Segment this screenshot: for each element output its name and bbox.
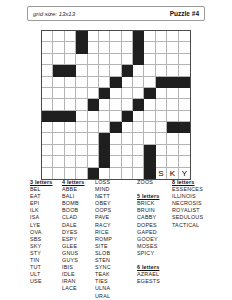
grid-cell[interactable] [99,65,110,76]
word-list-item: SPICY [137,250,160,257]
grid-cell-letter[interactable]: Y [179,168,190,179]
word-list-item: NECROSIS [172,200,203,207]
grid-cell-black [144,145,155,156]
grid-cell[interactable] [88,65,99,76]
word-column-5: 8 lettersESSENCESILLINOISNECROSISROYALIS… [172,179,203,229]
grid-cell[interactable] [179,42,190,53]
grid-cell[interactable] [122,122,133,133]
grid-cell-black [99,88,110,99]
word-list-item: URAL [95,293,112,300]
word-length-heading: 4 letters [62,179,84,186]
word-list-item: BRUIN [137,207,160,214]
grid-cell[interactable] [144,31,155,42]
word-list-item: AZRAEL [137,271,160,278]
grid-cell[interactable] [42,65,53,76]
grid-cell-black [122,111,133,122]
word-list-item: SEDULOUS [172,214,203,221]
grid-cell[interactable] [53,42,64,53]
grid-cell-black [65,65,76,76]
grid-cell-black [179,77,190,88]
grid-cell[interactable] [179,65,190,76]
word-list-item: BEL [30,186,52,193]
grid-cell[interactable] [42,156,53,167]
grid-cell[interactable] [65,168,76,179]
puzzle-grid: SKY [41,30,191,180]
list-gap [137,186,160,193]
grid-cell[interactable] [53,133,64,144]
word-list-item: ULT [30,271,52,278]
word-list-item: TACTICAL [172,222,203,229]
grid-cell[interactable] [167,111,178,122]
word-list-item: ILK [30,207,52,214]
grid-cell[interactable] [122,54,133,65]
grid-cell[interactable] [65,42,76,53]
grid-cell[interactable] [65,99,76,110]
grid-cell[interactable] [65,122,76,133]
grid-cell[interactable] [42,31,53,42]
grid-cell[interactable] [167,42,178,53]
word-list-item: LOSS [95,179,112,186]
grid-cell-black [53,111,64,122]
list-gap [137,257,160,264]
grid-cell[interactable] [110,145,121,156]
grid-cell[interactable] [53,99,64,110]
word-list-item: ZOOS [137,179,160,186]
word-list-item: SKY [30,243,52,250]
grid-cell[interactable] [156,156,167,167]
grid-cell[interactable] [76,99,87,110]
grid-size-label: grid size: 13x13 [33,11,75,17]
grid-cell[interactable] [133,168,144,179]
word-list-item: CLAD [62,214,84,221]
grid-cell[interactable] [110,99,121,110]
grid-cell-black [65,111,76,122]
word-list-item: RACY [95,222,112,229]
grid-cell[interactable] [53,145,64,156]
word-list-item: SYNC [95,264,112,271]
grid-cell-black [42,111,53,122]
grid-cell[interactable] [65,88,76,99]
word-list-item: BALI [62,193,84,200]
grid-cell[interactable] [88,77,99,88]
grid-cell[interactable] [42,54,53,65]
grid-cell[interactable] [76,145,87,156]
grid-cell[interactable] [167,65,178,76]
word-list-item: GOOEY [137,236,160,243]
grid-cell[interactable] [76,111,87,122]
puzzle-title: Puzzle #4 [170,10,199,17]
grid-cell-black [76,42,87,53]
word-list-item: BOOB [62,207,84,214]
grid-cell[interactable] [76,122,87,133]
grid-cell-black [88,99,99,110]
word-length-heading: 6 letters [137,264,160,271]
grid-cell[interactable] [110,168,121,179]
grid-cell[interactable] [53,77,64,88]
grid-cell-black [110,77,121,88]
word-list-item: SITE [95,243,112,250]
grid-cell[interactable] [88,42,99,53]
grid-cell[interactable] [133,122,144,133]
grid-cell[interactable] [144,65,155,76]
grid-cell[interactable] [42,133,53,144]
grid-cell[interactable] [133,145,144,156]
grid-cell[interactable] [99,99,110,110]
grid-cell[interactable] [179,88,190,99]
grid-cell[interactable] [133,111,144,122]
grid-cell[interactable] [156,42,167,53]
word-length-heading: 3 letters [30,179,52,186]
grid-cell[interactable] [42,88,53,99]
grid-cell[interactable] [110,133,121,144]
word-list-item: TIN [30,257,52,264]
grid-cell[interactable] [53,54,64,65]
grid-cell[interactable] [110,54,121,65]
grid-cell[interactable] [133,65,144,76]
grid-cell[interactable] [122,99,133,110]
grid-cell[interactable] [99,31,110,42]
word-length-heading: 8 letters [172,179,203,186]
word-list-item: TEAK [95,271,112,278]
word-list-item: IRAN [62,278,84,285]
grid-cell[interactable] [53,168,64,179]
grid-cell[interactable] [122,145,133,156]
grid-cell-black [133,42,144,53]
grid-cell[interactable] [122,168,133,179]
word-list-item: BRICK [137,200,160,207]
word-list-item: ESPY [62,236,84,243]
grid-cell-black [144,156,155,167]
grid-cell[interactable] [42,168,53,179]
grid-cell[interactable] [65,145,76,156]
word-list-item: ROYALIST [172,207,203,214]
grid-cell[interactable] [99,168,110,179]
grid-cell[interactable] [133,88,144,99]
grid-cell[interactable] [144,54,155,65]
grid-cell[interactable] [179,156,190,167]
word-list-item: SBS [30,236,52,243]
grid-cell[interactable] [65,54,76,65]
grid-cell-black [122,65,133,76]
grid-cell[interactable] [144,42,155,53]
grid-cell-letter[interactable]: K [167,168,178,179]
grid-cell[interactable] [179,145,190,156]
grid-cell-black [110,122,121,133]
grid-cell[interactable] [167,99,178,110]
grid-cell[interactable] [76,168,87,179]
grid-cell[interactable] [76,77,87,88]
word-list-item: IDLE [62,271,84,278]
grid-cell[interactable] [179,54,190,65]
grid-cell[interactable] [76,133,87,144]
grid-cell[interactable] [99,42,110,53]
grid-cell[interactable] [42,99,53,110]
grid-cell[interactable] [156,31,167,42]
grid-cell[interactable] [179,31,190,42]
grid-cell-black [167,122,178,133]
grid-cell[interactable] [76,65,87,76]
grid-cell-black [144,88,155,99]
word-list-item: OBEY [95,200,112,207]
grid-cell-black [167,77,178,88]
grid-cell[interactable] [53,88,64,99]
word-list-item: ILLINOIS [172,193,203,200]
word-length-heading: 5 letters [137,193,160,200]
grid-cell[interactable] [122,77,133,88]
grid-cell[interactable] [133,133,144,144]
word-list-item: OOPS [95,207,112,214]
grid-cell[interactable] [156,145,167,156]
grid-cell-black [88,168,99,179]
grid-cell[interactable] [156,133,167,144]
grid-cell[interactable] [42,42,53,53]
grid-cell-black [53,65,64,76]
word-list-item: ULNA [95,285,112,292]
grid-cell[interactable] [99,122,110,133]
word-list-item: PAVE [95,214,112,221]
grid-cell[interactable] [122,31,133,42]
grid-cell[interactable] [156,65,167,76]
grid-cell-black [179,122,190,133]
grid-cell-letter[interactable]: S [156,168,167,179]
grid-cell-black [99,133,110,144]
word-list-item: ESSENCES [172,186,203,193]
word-list-item: LYE [30,222,52,229]
grid-cell[interactable] [99,54,110,65]
grid-cell[interactable] [167,31,178,42]
word-list-item: GAPED [137,229,160,236]
grid-cell-black [133,54,144,65]
grid-cell[interactable] [110,42,121,53]
grid-cell[interactable] [99,77,110,88]
word-list-item: STY [30,250,52,257]
word-list-item: ROMP [95,236,112,243]
grid-cell[interactable] [76,156,87,167]
word-column-4: ZOOS5 lettersBRICKBRUINCABBYDOPESGAPEDGO… [137,179,160,285]
word-list-item: OVA [30,229,52,236]
grid-cell[interactable] [144,133,155,144]
word-list-item: RICE [95,229,112,236]
grid-cell[interactable] [88,156,99,167]
word-list-item: DALE [62,222,84,229]
grid-cell[interactable] [110,65,121,76]
word-column-3: LOSSMINDNETTOBEYOOPSPAVERACYRICEROMPSITE… [95,179,112,300]
word-list-item: USE [30,278,52,285]
grid-cell[interactable] [144,111,155,122]
word-list-item: EAT [30,193,52,200]
grid-cell[interactable] [42,145,53,156]
grid-cell[interactable] [53,156,64,167]
word-list-item: STEN [95,257,112,264]
grid-cell[interactable] [88,133,99,144]
grid-cell[interactable] [179,99,190,110]
grid-cell[interactable] [65,77,76,88]
grid-cell[interactable] [88,145,99,156]
grid-cell[interactable] [133,156,144,167]
grid-cell[interactable] [179,111,190,122]
word-list-item: DOPES [137,222,160,229]
grid-cell[interactable] [122,156,133,167]
grid-cell[interactable] [179,133,190,144]
grid-cell-black [133,31,144,42]
word-list-item: GUYS [62,257,84,264]
grid-cell[interactable] [156,88,167,99]
grid-cell[interactable] [99,111,110,122]
grid-cell[interactable] [122,42,133,53]
grid-cell[interactable] [167,88,178,99]
word-list-item: GLEE [62,243,84,250]
grid-cell[interactable] [76,54,87,65]
grid-cell[interactable] [144,99,155,110]
word-list-item: EPI [30,200,52,207]
grid-cell[interactable] [122,133,133,144]
grid-cell[interactable] [76,88,87,99]
grid-cell[interactable] [65,133,76,144]
grid-cell[interactable] [167,145,178,156]
grid-cell[interactable] [42,77,53,88]
grid-cell[interactable] [122,88,133,99]
grid-cell[interactable] [53,31,64,42]
word-list-item: BOMB [62,200,84,207]
word-list-item: DYES [62,229,84,236]
grid-cell[interactable] [156,54,167,65]
grid-cell[interactable] [65,31,76,42]
word-column-2: 4 lettersABBEBALIBOMBBOOBCLADDALEDYESESP… [62,179,84,293]
grid-cell[interactable] [156,111,167,122]
grid-cell[interactable] [65,156,76,167]
grid-cell[interactable] [88,122,99,133]
word-list-item: MIND [95,186,112,193]
word-list-item: SLOB [95,250,112,257]
grid-cell[interactable] [167,156,178,167]
grid-cell[interactable] [110,111,121,122]
word-list-item: NETT [95,193,112,200]
grid-cell[interactable] [156,122,167,133]
grid-cell[interactable] [144,122,155,133]
grid-cell[interactable] [88,88,99,99]
word-list-item: MOSES [137,243,160,250]
word-list-item: LACE [62,285,84,292]
grid-cell[interactable] [110,156,121,167]
puzzle-header: grid size: 13x13 Puzzle #4 [27,6,205,21]
word-list-item: ABBE [62,186,84,193]
grid-cell[interactable] [156,99,167,110]
grid-cell[interactable] [167,54,178,65]
word-list-item: EGESTS [137,278,160,285]
grid-cell-black [99,156,110,167]
grid-cell-black [144,168,155,179]
grid-cell-black [133,99,144,110]
grid-cell-black [156,77,167,88]
word-list-item: GNUS [62,250,84,257]
word-list-item: CABBY [137,214,160,221]
grid-cell[interactable] [53,122,64,133]
grid-cell[interactable] [88,54,99,65]
grid-cell[interactable] [167,133,178,144]
grid-cell[interactable] [110,88,121,99]
word-column-1: 3 lettersBELEATEPIILKISALYEOVASBSSKYSTYT… [30,179,52,285]
grid-cell-black [76,31,87,42]
grid-cell[interactable] [133,77,144,88]
word-list-item: ISA [30,214,52,221]
grid-cell[interactable] [110,31,121,42]
grid-cell-black [99,145,110,156]
grid-cell[interactable] [88,111,99,122]
word-list-item: IBIS [62,264,84,271]
word-list-item: TIES [95,278,112,285]
grid-cell[interactable] [42,122,53,133]
word-list-item: TUT [30,264,52,271]
grid-cell[interactable] [144,77,155,88]
grid-cell[interactable] [88,31,99,42]
